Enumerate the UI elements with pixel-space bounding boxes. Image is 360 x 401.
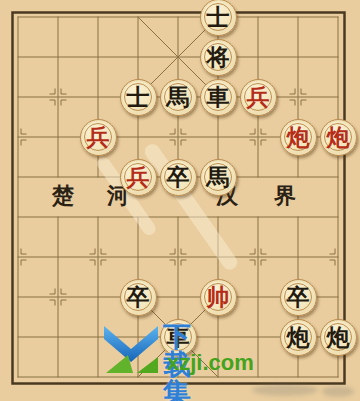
piece-glyph-cannon: 炮 xyxy=(327,126,350,149)
piece-glyph-advisor: 士 xyxy=(207,6,230,29)
piece-black-horse[interactable]: 馬 xyxy=(160,79,197,116)
piece-glyph-horse: 馬 xyxy=(207,166,230,189)
piece-glyph-chariot: 車 xyxy=(167,326,190,349)
piece-black-cannon[interactable]: 炮 xyxy=(320,319,357,356)
piece-black-chariot[interactable]: 車 xyxy=(200,79,237,116)
piece-glyph-cannon: 炮 xyxy=(287,126,310,149)
piece-red-soldier[interactable]: 兵 xyxy=(120,159,157,196)
piece-glyph-chariot: 車 xyxy=(207,86,230,109)
piece-glyph-advisor: 士 xyxy=(127,86,150,109)
piece-black-cannon[interactable]: 炮 xyxy=(280,319,317,356)
piece-glyph-cannon: 炮 xyxy=(287,326,310,349)
piece-glyph-general: 帅 xyxy=(207,286,230,309)
piece-glyph-soldier: 卒 xyxy=(167,166,190,189)
piece-red-cannon[interactable]: 炮 xyxy=(280,119,317,156)
piece-black-chariot[interactable]: 車 xyxy=(160,319,197,356)
piece-glyph-soldier: 卒 xyxy=(127,286,150,309)
piece-glyph-soldier: 兵 xyxy=(87,126,110,149)
piece-black-soldier[interactable]: 卒 xyxy=(280,279,317,316)
piece-red-general[interactable]: 帅 xyxy=(200,279,237,316)
piece-glyph-cannon: 炮 xyxy=(327,326,350,349)
piece-black-soldier[interactable]: 卒 xyxy=(160,159,197,196)
piece-red-soldier[interactable]: 兵 xyxy=(80,119,117,156)
piece-black-advisor[interactable]: 士 xyxy=(200,0,237,36)
piece-black-general[interactable]: 将 xyxy=(200,39,237,76)
piece-red-soldier[interactable]: 兵 xyxy=(240,79,277,116)
piece-black-horse[interactable]: 馬 xyxy=(200,159,237,196)
piece-glyph-general: 将 xyxy=(207,46,230,69)
piece-glyph-soldier: 卒 xyxy=(287,286,310,309)
piece-black-soldier[interactable]: 卒 xyxy=(120,279,157,316)
xiangqi-screenshot: 楚 河 汉 界 士将士馬車兵兵炮炮兵卒馬卒帅卒車炮炮 下载集 xzji.com xyxy=(0,0,360,401)
piece-glyph-soldier: 兵 xyxy=(247,86,270,109)
piece-red-cannon[interactable]: 炮 xyxy=(320,119,357,156)
piece-glyph-horse: 馬 xyxy=(167,86,190,109)
piece-black-advisor[interactable]: 士 xyxy=(120,79,157,116)
pieces-layer: 士将士馬車兵兵炮炮兵卒馬卒帅卒車炮炮 xyxy=(0,0,360,401)
piece-glyph-soldier: 兵 xyxy=(127,166,150,189)
